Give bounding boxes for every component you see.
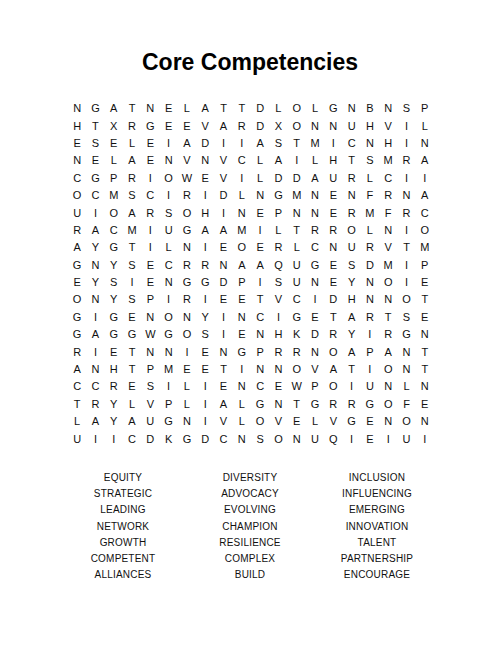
- grid-cell[interactable]: I: [86, 430, 104, 447]
- grid-cell[interactable]: D: [361, 257, 379, 274]
- grid-cell[interactable]: R: [397, 152, 415, 169]
- grid-cell[interactable]: O: [397, 413, 415, 430]
- grid-cell[interactable]: E: [123, 378, 141, 395]
- grid-cell[interactable]: N: [379, 222, 397, 239]
- grid-cell[interactable]: G: [105, 239, 123, 256]
- grid-cell[interactable]: A: [233, 257, 251, 274]
- grid-cell[interactable]: O: [159, 170, 177, 187]
- grid-cell[interactable]: O: [251, 413, 269, 430]
- grid-cell[interactable]: I: [251, 274, 269, 291]
- grid-cell[interactable]: I: [196, 413, 214, 430]
- grid-cell[interactable]: I: [288, 152, 306, 169]
- grid-cell[interactable]: I: [123, 274, 141, 291]
- grid-cell[interactable]: V: [214, 152, 232, 169]
- grid-cell[interactable]: L: [123, 135, 141, 152]
- grid-cell[interactable]: T: [86, 117, 104, 134]
- grid-cell[interactable]: O: [288, 117, 306, 134]
- grid-cell[interactable]: C: [86, 378, 104, 395]
- grid-cell[interactable]: T: [288, 396, 306, 413]
- grid-cell[interactable]: E: [178, 117, 196, 134]
- grid-cell[interactable]: A: [196, 222, 214, 239]
- grid-cell[interactable]: R: [178, 257, 196, 274]
- grid-cell[interactable]: L: [178, 100, 196, 117]
- grid-cell[interactable]: U: [68, 430, 86, 447]
- grid-cell[interactable]: E: [288, 413, 306, 430]
- grid-cell[interactable]: G: [123, 326, 141, 343]
- grid-cell[interactable]: I: [141, 170, 159, 187]
- grid-cell[interactable]: V: [214, 413, 232, 430]
- grid-cell[interactable]: N: [141, 100, 159, 117]
- grid-cell[interactable]: E: [141, 257, 159, 274]
- grid-cell[interactable]: I: [159, 378, 177, 395]
- grid-cell[interactable]: R: [324, 326, 342, 343]
- grid-cell[interactable]: Y: [105, 413, 123, 430]
- grid-cell[interactable]: E: [324, 274, 342, 291]
- grid-cell[interactable]: N: [251, 326, 269, 343]
- grid-cell[interactable]: N: [178, 309, 196, 326]
- grid-cell[interactable]: L: [105, 152, 123, 169]
- grid-cell[interactable]: A: [123, 204, 141, 221]
- grid-cell[interactable]: M: [379, 152, 397, 169]
- grid-cell[interactable]: V: [306, 361, 324, 378]
- grid-cell[interactable]: N: [342, 100, 360, 117]
- grid-cell[interactable]: I: [159, 135, 177, 152]
- grid-cell[interactable]: H: [361, 117, 379, 134]
- grid-cell[interactable]: R: [141, 204, 159, 221]
- grid-cell[interactable]: P: [251, 343, 269, 360]
- grid-cell[interactable]: G: [159, 413, 177, 430]
- grid-cell[interactable]: L: [178, 378, 196, 395]
- grid-cell[interactable]: N: [306, 187, 324, 204]
- grid-cell[interactable]: R: [324, 396, 342, 413]
- grid-cell[interactable]: C: [306, 239, 324, 256]
- grid-cell[interactable]: R: [86, 396, 104, 413]
- grid-cell[interactable]: E: [214, 378, 232, 395]
- grid-cell[interactable]: A: [269, 152, 287, 169]
- grid-cell[interactable]: E: [214, 239, 232, 256]
- grid-cell[interactable]: S: [123, 187, 141, 204]
- grid-cell[interactable]: Y: [105, 257, 123, 274]
- grid-cell[interactable]: G: [105, 326, 123, 343]
- grid-cell[interactable]: W: [288, 378, 306, 395]
- grid-cell[interactable]: N: [288, 204, 306, 221]
- grid-cell[interactable]: S: [269, 135, 287, 152]
- grid-cell[interactable]: I: [342, 430, 360, 447]
- grid-cell[interactable]: Y: [105, 291, 123, 308]
- grid-cell[interactable]: R: [105, 378, 123, 395]
- grid-cell[interactable]: T: [123, 100, 141, 117]
- grid-cell[interactable]: A: [342, 343, 360, 360]
- grid-cell[interactable]: G: [141, 117, 159, 134]
- grid-cell[interactable]: R: [324, 222, 342, 239]
- grid-cell[interactable]: L: [397, 378, 415, 395]
- grid-cell[interactable]: L: [306, 100, 324, 117]
- grid-cell[interactable]: I: [178, 343, 196, 360]
- grid-cell[interactable]: I: [233, 135, 251, 152]
- grid-cell[interactable]: N: [416, 326, 434, 343]
- grid-cell[interactable]: E: [86, 152, 104, 169]
- grid-cell[interactable]: D: [251, 100, 269, 117]
- grid-cell[interactable]: T: [288, 135, 306, 152]
- grid-cell[interactable]: A: [123, 413, 141, 430]
- grid-cell[interactable]: V: [269, 291, 287, 308]
- grid-cell[interactable]: E: [361, 413, 379, 430]
- grid-cell[interactable]: G: [324, 100, 342, 117]
- grid-cell[interactable]: O: [379, 274, 397, 291]
- grid-cell[interactable]: V: [269, 413, 287, 430]
- grid-cell[interactable]: G: [178, 430, 196, 447]
- grid-cell[interactable]: G: [306, 396, 324, 413]
- grid-cell[interactable]: A: [214, 396, 232, 413]
- grid-cell[interactable]: V: [214, 170, 232, 187]
- grid-cell[interactable]: C: [379, 170, 397, 187]
- grid-cell[interactable]: H: [68, 117, 86, 134]
- grid-cell[interactable]: I: [379, 430, 397, 447]
- grid-cell[interactable]: V: [379, 239, 397, 256]
- grid-cell[interactable]: D: [196, 430, 214, 447]
- grid-cell[interactable]: E: [141, 135, 159, 152]
- grid-cell[interactable]: G: [233, 343, 251, 360]
- grid-cell[interactable]: I: [196, 239, 214, 256]
- grid-cell[interactable]: N: [159, 152, 177, 169]
- grid-cell[interactable]: A: [86, 326, 104, 343]
- grid-cell[interactable]: E: [324, 204, 342, 221]
- grid-cell[interactable]: L: [306, 152, 324, 169]
- grid-cell[interactable]: S: [123, 257, 141, 274]
- grid-cell[interactable]: O: [324, 343, 342, 360]
- grid-cell[interactable]: N: [251, 187, 269, 204]
- grid-cell[interactable]: N: [86, 257, 104, 274]
- grid-cell[interactable]: H: [324, 152, 342, 169]
- grid-cell[interactable]: E: [196, 343, 214, 360]
- grid-cell[interactable]: I: [416, 170, 434, 187]
- grid-cell[interactable]: U: [397, 430, 415, 447]
- grid-cell[interactable]: I: [159, 291, 177, 308]
- grid-cell[interactable]: Y: [86, 239, 104, 256]
- grid-cell[interactable]: C: [342, 135, 360, 152]
- grid-cell[interactable]: O: [233, 239, 251, 256]
- grid-cell[interactable]: G: [288, 309, 306, 326]
- grid-cell[interactable]: R: [361, 309, 379, 326]
- grid-cell[interactable]: A: [105, 100, 123, 117]
- grid-cell[interactable]: D: [196, 135, 214, 152]
- grid-cell[interactable]: S: [141, 378, 159, 395]
- grid-cell[interactable]: S: [397, 309, 415, 326]
- grid-cell[interactable]: I: [397, 222, 415, 239]
- grid-cell[interactable]: I: [397, 274, 415, 291]
- grid-cell[interactable]: C: [141, 187, 159, 204]
- grid-cell[interactable]: T: [214, 100, 232, 117]
- grid-cell[interactable]: D: [214, 274, 232, 291]
- grid-cell[interactable]: E: [416, 396, 434, 413]
- grid-cell[interactable]: I: [86, 204, 104, 221]
- grid-cell[interactable]: I: [361, 361, 379, 378]
- grid-cell[interactable]: R: [178, 187, 196, 204]
- grid-cell[interactable]: N: [306, 343, 324, 360]
- grid-cell[interactable]: Y: [196, 309, 214, 326]
- grid-cell[interactable]: T: [123, 361, 141, 378]
- grid-cell[interactable]: E: [196, 361, 214, 378]
- grid-cell[interactable]: C: [251, 378, 269, 395]
- grid-cell[interactable]: L: [251, 170, 269, 187]
- grid-cell[interactable]: N: [68, 100, 86, 117]
- grid-cell[interactable]: W: [141, 326, 159, 343]
- grid-cell[interactable]: C: [68, 170, 86, 187]
- grid-cell[interactable]: S: [159, 204, 177, 221]
- grid-cell[interactable]: I: [397, 135, 415, 152]
- grid-cell[interactable]: V: [324, 413, 342, 430]
- grid-cell[interactable]: C: [416, 204, 434, 221]
- grid-cell[interactable]: R: [342, 396, 360, 413]
- grid-cell[interactable]: A: [416, 152, 434, 169]
- grid-cell[interactable]: P: [361, 343, 379, 360]
- grid-cell[interactable]: I: [159, 187, 177, 204]
- grid-cell[interactable]: U: [324, 170, 342, 187]
- grid-cell[interactable]: I: [105, 430, 123, 447]
- grid-cell[interactable]: R: [233, 117, 251, 134]
- grid-cell[interactable]: A: [251, 135, 269, 152]
- grid-cell[interactable]: N: [68, 152, 86, 169]
- grid-cell[interactable]: N: [214, 343, 232, 360]
- grid-cell[interactable]: N: [233, 309, 251, 326]
- grid-cell[interactable]: G: [361, 396, 379, 413]
- grid-cell[interactable]: N: [361, 274, 379, 291]
- grid-cell[interactable]: W: [178, 170, 196, 187]
- grid-cell[interactable]: V: [141, 396, 159, 413]
- grid-cell[interactable]: G: [86, 100, 104, 117]
- grid-cell[interactable]: P: [141, 361, 159, 378]
- grid-cell[interactable]: P: [306, 378, 324, 395]
- grid-cell[interactable]: C: [214, 430, 232, 447]
- grid-cell[interactable]: E: [68, 135, 86, 152]
- grid-cell[interactable]: E: [105, 343, 123, 360]
- grid-cell[interactable]: I: [214, 309, 232, 326]
- grid-cell[interactable]: N: [416, 135, 434, 152]
- grid-cell[interactable]: I: [361, 326, 379, 343]
- grid-cell[interactable]: E: [269, 378, 287, 395]
- grid-cell[interactable]: A: [324, 361, 342, 378]
- grid-cell[interactable]: A: [416, 187, 434, 204]
- grid-cell[interactable]: T: [416, 361, 434, 378]
- grid-cell[interactable]: O: [324, 378, 342, 395]
- grid-cell[interactable]: T: [416, 291, 434, 308]
- grid-cell[interactable]: E: [324, 187, 342, 204]
- grid-cell[interactable]: R: [379, 326, 397, 343]
- grid-cell[interactable]: M: [233, 222, 251, 239]
- grid-cell[interactable]: E: [159, 117, 177, 134]
- grid-cell[interactable]: F: [397, 396, 415, 413]
- grid-cell[interactable]: U: [141, 413, 159, 430]
- grid-cell[interactable]: R: [68, 343, 86, 360]
- grid-cell[interactable]: O: [269, 430, 287, 447]
- grid-cell[interactable]: N: [361, 135, 379, 152]
- grid-cell[interactable]: N: [178, 239, 196, 256]
- grid-cell[interactable]: N: [306, 274, 324, 291]
- grid-cell[interactable]: N: [416, 378, 434, 395]
- grid-cell[interactable]: L: [233, 396, 251, 413]
- grid-cell[interactable]: N: [342, 187, 360, 204]
- grid-cell[interactable]: N: [361, 291, 379, 308]
- grid-cell[interactable]: P: [159, 396, 177, 413]
- grid-cell[interactable]: U: [68, 204, 86, 221]
- grid-cell[interactable]: R: [288, 343, 306, 360]
- grid-cell[interactable]: D: [251, 117, 269, 134]
- grid-cell[interactable]: D: [306, 326, 324, 343]
- grid-cell[interactable]: I: [233, 361, 251, 378]
- grid-cell[interactable]: I: [397, 117, 415, 134]
- grid-cell[interactable]: N: [416, 413, 434, 430]
- grid-cell[interactable]: I: [196, 396, 214, 413]
- grid-cell[interactable]: L: [288, 239, 306, 256]
- grid-cell[interactable]: P: [141, 291, 159, 308]
- grid-cell[interactable]: D: [141, 430, 159, 447]
- grid-cell[interactable]: N: [397, 187, 415, 204]
- grid-cell[interactable]: A: [86, 222, 104, 239]
- grid-cell[interactable]: S: [105, 274, 123, 291]
- grid-cell[interactable]: N: [233, 204, 251, 221]
- grid-cell[interactable]: U: [288, 274, 306, 291]
- grid-cell[interactable]: T: [288, 222, 306, 239]
- grid-cell[interactable]: T: [233, 100, 251, 117]
- grid-cell[interactable]: C: [123, 430, 141, 447]
- grid-cell[interactable]: N: [178, 413, 196, 430]
- grid-cell[interactable]: U: [361, 378, 379, 395]
- grid-cell[interactable]: R: [269, 343, 287, 360]
- grid-cell[interactable]: L: [269, 222, 287, 239]
- grid-cell[interactable]: N: [159, 274, 177, 291]
- grid-cell[interactable]: N: [306, 117, 324, 134]
- grid-cell[interactable]: G: [251, 396, 269, 413]
- grid-cell[interactable]: A: [379, 343, 397, 360]
- grid-cell[interactable]: T: [123, 239, 141, 256]
- grid-cell[interactable]: P: [105, 170, 123, 187]
- grid-cell[interactable]: C: [233, 152, 251, 169]
- grid-cell[interactable]: H: [379, 135, 397, 152]
- grid-cell[interactable]: N: [379, 291, 397, 308]
- grid-cell[interactable]: G: [159, 326, 177, 343]
- grid-cell[interactable]: G: [178, 222, 196, 239]
- grid-cell[interactable]: S: [397, 100, 415, 117]
- grid-cell[interactable]: P: [416, 257, 434, 274]
- grid-cell[interactable]: N: [251, 361, 269, 378]
- grid-cell[interactable]: D: [269, 170, 287, 187]
- grid-cell[interactable]: O: [379, 396, 397, 413]
- grid-cell[interactable]: P: [269, 204, 287, 221]
- grid-cell[interactable]: N: [269, 396, 287, 413]
- grid-cell[interactable]: Y: [86, 274, 104, 291]
- grid-cell[interactable]: T: [251, 291, 269, 308]
- grid-cell[interactable]: I: [251, 222, 269, 239]
- grid-cell[interactable]: H: [196, 204, 214, 221]
- grid-cell[interactable]: S: [196, 326, 214, 343]
- grid-cell[interactable]: I: [196, 291, 214, 308]
- grid-cell[interactable]: I: [342, 378, 360, 395]
- grid-cell[interactable]: S: [86, 135, 104, 152]
- grid-cell[interactable]: M: [379, 257, 397, 274]
- grid-cell[interactable]: L: [251, 152, 269, 169]
- grid-cell[interactable]: G: [397, 326, 415, 343]
- grid-cell[interactable]: M: [123, 222, 141, 239]
- grid-cell[interactable]: O: [159, 309, 177, 326]
- grid-cell[interactable]: N: [141, 343, 159, 360]
- grid-cell[interactable]: O: [288, 100, 306, 117]
- grid-cell[interactable]: O: [416, 222, 434, 239]
- grid-cell[interactable]: M: [361, 204, 379, 221]
- grid-cell[interactable]: S: [269, 274, 287, 291]
- grid-cell[interactable]: A: [306, 170, 324, 187]
- grid-cell[interactable]: R: [397, 204, 415, 221]
- grid-cell[interactable]: R: [269, 239, 287, 256]
- grid-cell[interactable]: L: [233, 187, 251, 204]
- grid-cell[interactable]: E: [416, 274, 434, 291]
- grid-cell[interactable]: L: [306, 413, 324, 430]
- grid-cell[interactable]: R: [68, 222, 86, 239]
- grid-cell[interactable]: O: [178, 326, 196, 343]
- grid-cell[interactable]: E: [159, 100, 177, 117]
- grid-cell[interactable]: X: [105, 117, 123, 134]
- grid-cell[interactable]: E: [324, 257, 342, 274]
- grid-cell[interactable]: N: [269, 361, 287, 378]
- grid-cell[interactable]: U: [342, 239, 360, 256]
- grid-cell[interactable]: R: [342, 204, 360, 221]
- grid-cell[interactable]: N: [324, 239, 342, 256]
- grid-cell[interactable]: T: [342, 361, 360, 378]
- grid-cell[interactable]: G: [269, 187, 287, 204]
- grid-cell[interactable]: N: [379, 413, 397, 430]
- grid-cell[interactable]: K: [288, 326, 306, 343]
- grid-cell[interactable]: H: [342, 291, 360, 308]
- grid-cell[interactable]: T: [397, 239, 415, 256]
- grid-cell[interactable]: H: [105, 361, 123, 378]
- grid-cell[interactable]: F: [379, 204, 397, 221]
- grid-cell[interactable]: A: [196, 100, 214, 117]
- grid-cell[interactable]: E: [233, 291, 251, 308]
- grid-cell[interactable]: N: [397, 343, 415, 360]
- grid-cell[interactable]: C: [105, 222, 123, 239]
- grid-cell[interactable]: O: [68, 291, 86, 308]
- grid-cell[interactable]: N: [288, 430, 306, 447]
- grid-cell[interactable]: R: [306, 222, 324, 239]
- grid-cell[interactable]: C: [251, 309, 269, 326]
- grid-cell[interactable]: O: [68, 187, 86, 204]
- grid-cell[interactable]: P: [416, 100, 434, 117]
- grid-cell[interactable]: M: [159, 361, 177, 378]
- grid-cell[interactable]: D: [288, 170, 306, 187]
- grid-cell[interactable]: X: [269, 117, 287, 134]
- grid-cell[interactable]: U: [288, 257, 306, 274]
- grid-cell[interactable]: C: [159, 257, 177, 274]
- grid-cell[interactable]: L: [233, 413, 251, 430]
- grid-cell[interactable]: B: [361, 100, 379, 117]
- grid-cell[interactable]: R: [123, 170, 141, 187]
- grid-cell[interactable]: U: [342, 117, 360, 134]
- grid-cell[interactable]: T: [68, 396, 86, 413]
- grid-cell[interactable]: N: [214, 257, 232, 274]
- grid-cell[interactable]: E: [196, 170, 214, 187]
- grid-cell[interactable]: I: [141, 239, 159, 256]
- grid-cell[interactable]: A: [214, 117, 232, 134]
- grid-cell[interactable]: T: [123, 343, 141, 360]
- grid-cell[interactable]: N: [306, 204, 324, 221]
- grid-cell[interactable]: E: [416, 309, 434, 326]
- grid-cell[interactable]: O: [178, 204, 196, 221]
- grid-cell[interactable]: I: [214, 204, 232, 221]
- grid-cell[interactable]: Y: [342, 326, 360, 343]
- grid-cell[interactable]: N: [86, 291, 104, 308]
- grid-cell[interactable]: N: [141, 309, 159, 326]
- grid-cell[interactable]: I: [141, 222, 159, 239]
- grid-cell[interactable]: D: [214, 187, 232, 204]
